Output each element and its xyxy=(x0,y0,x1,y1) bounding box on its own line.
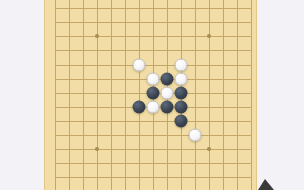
grid-line-vertical xyxy=(125,0,126,190)
grid-line-vertical xyxy=(97,0,98,190)
grid-line-horizontal xyxy=(55,50,251,51)
star-point xyxy=(95,147,99,151)
star-point xyxy=(207,34,211,38)
grid-line-horizontal xyxy=(55,65,251,66)
grid-line-vertical xyxy=(223,0,224,190)
stone-white xyxy=(175,72,188,85)
stone-black xyxy=(161,72,174,85)
grid-line-vertical xyxy=(195,0,196,190)
stone-white xyxy=(147,72,160,85)
grid-line-vertical xyxy=(237,0,238,190)
grid-line-vertical xyxy=(111,0,112,190)
mouse-cursor-icon xyxy=(256,174,282,190)
stone-black xyxy=(147,86,160,99)
stone-white xyxy=(161,86,174,99)
grid-line-vertical xyxy=(83,0,84,190)
grid-line-vertical xyxy=(55,0,56,190)
grid-line-horizontal xyxy=(55,135,251,136)
gomoku-board[interactable] xyxy=(44,0,257,190)
stone-white xyxy=(175,58,188,71)
star-point xyxy=(207,147,211,151)
grid-line-vertical xyxy=(139,0,140,190)
grid-line-vertical xyxy=(209,0,210,190)
stone-white xyxy=(133,58,146,71)
grid-line-horizontal xyxy=(55,149,251,150)
star-point xyxy=(95,34,99,38)
grid-line-horizontal xyxy=(55,163,251,164)
screenshot-canvas xyxy=(0,0,304,190)
stone-black xyxy=(175,114,188,127)
stone-black xyxy=(175,86,188,99)
grid-line-vertical xyxy=(69,0,70,190)
grid-line-horizontal xyxy=(55,121,251,122)
stone-white xyxy=(189,129,202,142)
grid-line-horizontal xyxy=(55,36,251,37)
grid-line-horizontal xyxy=(55,22,251,23)
stone-black xyxy=(161,100,174,113)
stone-black xyxy=(133,100,146,113)
grid-line-horizontal xyxy=(55,177,251,178)
stone-black xyxy=(175,100,188,113)
grid-line-vertical xyxy=(251,0,252,190)
grid-line-horizontal xyxy=(55,8,251,9)
stone-white xyxy=(147,100,160,113)
